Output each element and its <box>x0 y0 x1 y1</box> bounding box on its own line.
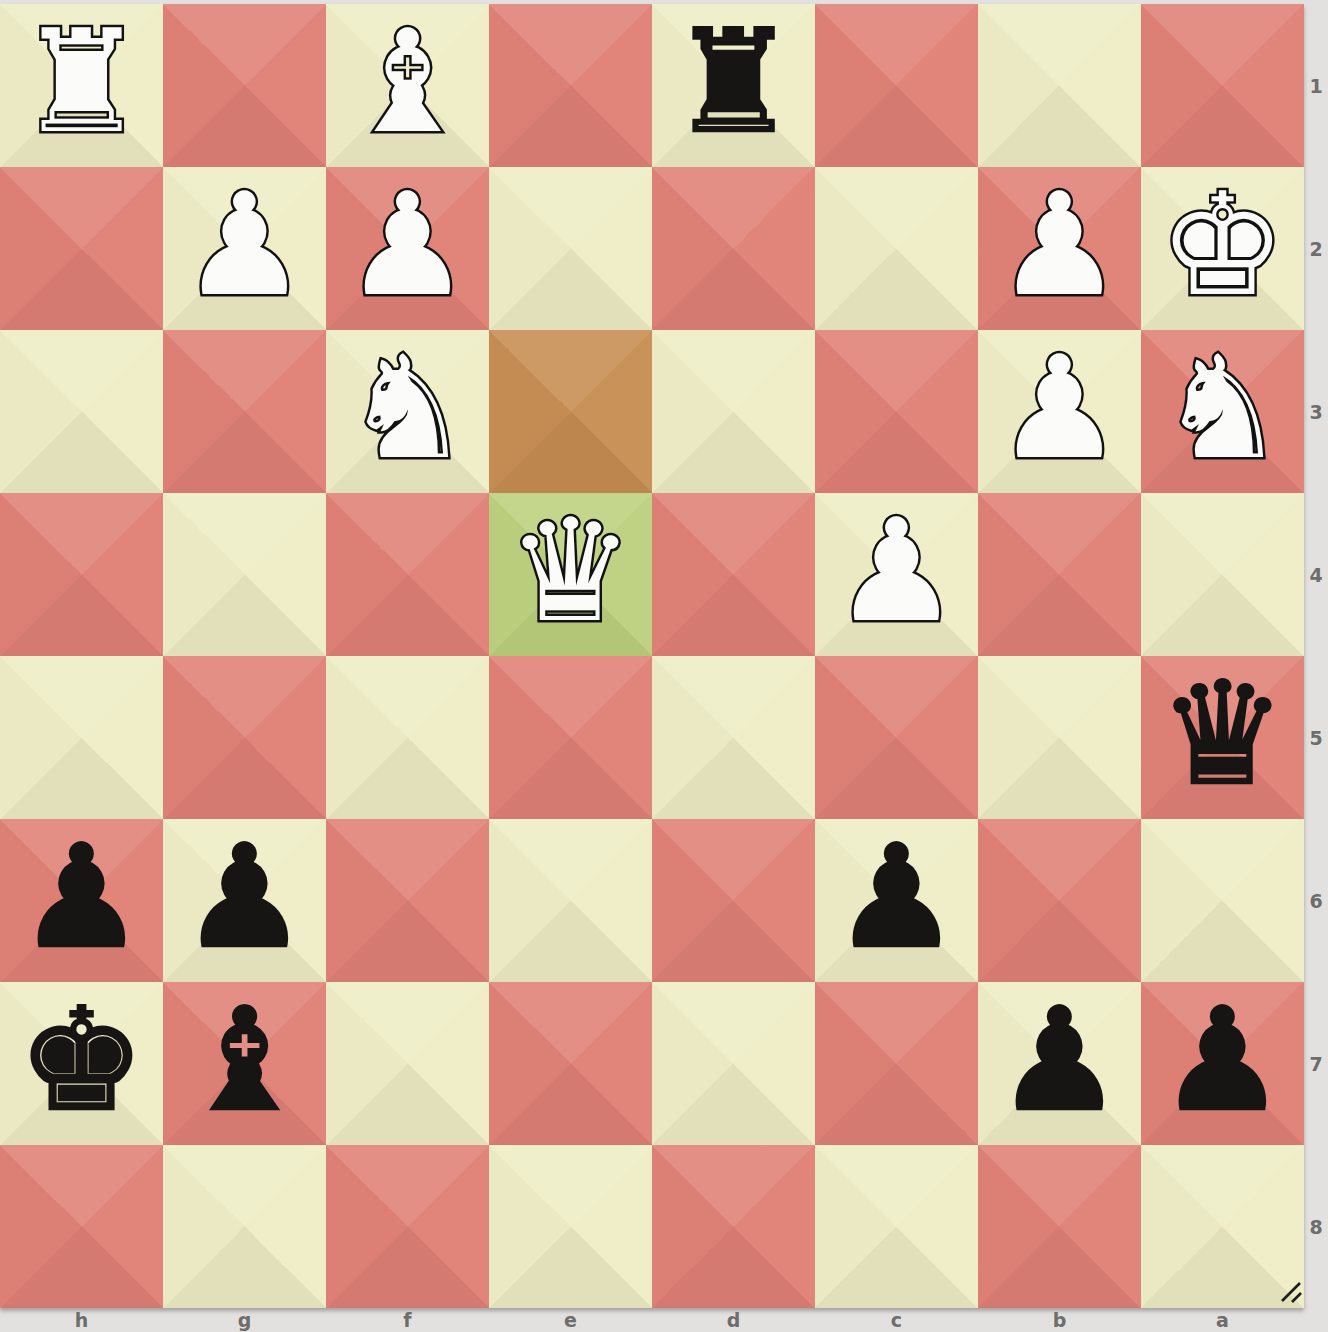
square-d2[interactable] <box>652 167 815 330</box>
square-e5[interactable] <box>489 656 652 819</box>
square-a3[interactable]: ♞ <box>1141 330 1304 493</box>
square-e4[interactable]: ♛ <box>489 493 652 656</box>
rank-label-3: 3 <box>1304 330 1328 493</box>
file-label-d: d <box>652 1308 815 1332</box>
file-label-b: b <box>978 1308 1141 1332</box>
black-pawn-c6-piece[interactable]: ♟ <box>815 815 978 978</box>
square-e2[interactable] <box>489 167 652 330</box>
square-g6[interactable]: ♟ <box>163 819 326 982</box>
rank-label-5: 5 <box>1304 656 1328 819</box>
square-a4[interactable] <box>1141 493 1304 656</box>
square-f1[interactable]: ♝ <box>326 4 489 167</box>
black-king-h7-piece[interactable]: ♚ <box>0 978 163 1141</box>
square-e8[interactable] <box>489 1145 652 1308</box>
square-d5[interactable] <box>652 656 815 819</box>
white-pawn-b2-piece[interactable]: ♟ <box>978 163 1141 326</box>
square-b8[interactable] <box>978 1145 1141 1308</box>
square-a6[interactable] <box>1141 819 1304 982</box>
white-pawn-c4-piece[interactable]: ♟ <box>815 489 978 652</box>
square-c8[interactable] <box>815 1145 978 1308</box>
square-b2[interactable]: ♟ <box>978 167 1141 330</box>
square-g8[interactable] <box>163 1145 326 1308</box>
square-c5[interactable] <box>815 656 978 819</box>
square-f5[interactable] <box>326 656 489 819</box>
black-queen-a5-piece[interactable]: ♛ <box>1141 652 1304 815</box>
square-g2[interactable]: ♟ <box>163 167 326 330</box>
black-pawn-h6-piece[interactable]: ♟ <box>0 815 163 978</box>
white-pawn-b3-piece[interactable]: ♟ <box>978 326 1141 489</box>
square-b6[interactable] <box>978 819 1141 982</box>
square-g4[interactable] <box>163 493 326 656</box>
square-d7[interactable] <box>652 982 815 1145</box>
file-label-a: a <box>1141 1308 1304 1332</box>
square-c7[interactable] <box>815 982 978 1145</box>
rank-label-7: 7 <box>1304 982 1328 1145</box>
square-d8[interactable] <box>652 1145 815 1308</box>
file-coordinates: hgfedcba <box>0 1308 1304 1332</box>
black-rook-d1-piece[interactable]: ♜ <box>652 0 815 163</box>
white-bishop-f1-piece[interactable]: ♝ <box>326 0 489 163</box>
square-h1[interactable]: ♜ <box>0 4 163 167</box>
square-d3[interactable] <box>652 330 815 493</box>
white-knight-f3-piece[interactable]: ♞ <box>326 326 489 489</box>
square-h6[interactable]: ♟ <box>0 819 163 982</box>
square-b4[interactable] <box>978 493 1141 656</box>
square-c1[interactable] <box>815 4 978 167</box>
square-g3[interactable] <box>163 330 326 493</box>
square-b5[interactable] <box>978 656 1141 819</box>
black-pawn-g6-piece[interactable]: ♟ <box>163 815 326 978</box>
white-king-a2-piece[interactable]: ♚ <box>1141 163 1304 326</box>
square-b7[interactable]: ♟ <box>978 982 1141 1145</box>
square-h4[interactable] <box>0 493 163 656</box>
square-e6[interactable] <box>489 819 652 982</box>
square-h5[interactable] <box>0 656 163 819</box>
chess-board: ♜♝♜♟♟♟♚♞♟♞♛♟♛♟♟♟♚♝♟♟ <box>0 4 1304 1308</box>
black-bishop-g7-piece[interactable]: ♝ <box>163 978 326 1141</box>
square-d6[interactable] <box>652 819 815 982</box>
square-f7[interactable] <box>326 982 489 1145</box>
square-e7[interactable] <box>489 982 652 1145</box>
square-h7[interactable]: ♚ <box>0 982 163 1145</box>
square-a2[interactable]: ♚ <box>1141 167 1304 330</box>
file-label-g: g <box>163 1308 326 1332</box>
square-e1[interactable] <box>489 4 652 167</box>
file-label-h: h <box>0 1308 163 1332</box>
square-h2[interactable] <box>0 167 163 330</box>
rank-label-2: 2 <box>1304 167 1328 330</box>
square-f2[interactable]: ♟ <box>326 167 489 330</box>
white-pawn-g2-piece[interactable]: ♟ <box>163 163 326 326</box>
white-knight-a3-piece[interactable]: ♞ <box>1141 326 1304 489</box>
square-d1[interactable]: ♜ <box>652 4 815 167</box>
square-g5[interactable] <box>163 656 326 819</box>
square-f8[interactable] <box>326 1145 489 1308</box>
square-b3[interactable]: ♟ <box>978 330 1141 493</box>
square-f6[interactable] <box>326 819 489 982</box>
rank-coordinates: 12345678 <box>1304 4 1328 1308</box>
file-label-f: f <box>326 1308 489 1332</box>
square-f3[interactable]: ♞ <box>326 330 489 493</box>
black-pawn-a7-piece[interactable]: ♟ <box>1141 978 1304 1141</box>
white-queen-e4-piece[interactable]: ♛ <box>489 489 652 652</box>
white-pawn-f2-piece[interactable]: ♟ <box>326 163 489 326</box>
rank-label-4: 4 <box>1304 493 1328 656</box>
square-a5[interactable]: ♛ <box>1141 656 1304 819</box>
rank-label-8: 8 <box>1304 1145 1328 1308</box>
square-g1[interactable] <box>163 4 326 167</box>
square-f4[interactable] <box>326 493 489 656</box>
black-pawn-b7-piece[interactable]: ♟ <box>978 978 1141 1141</box>
rank-label-6: 6 <box>1304 819 1328 982</box>
square-h8[interactable] <box>0 1145 163 1308</box>
file-label-e: e <box>489 1308 652 1332</box>
square-c6[interactable]: ♟ <box>815 819 978 982</box>
file-label-c: c <box>815 1308 978 1332</box>
square-a1[interactable] <box>1141 4 1304 167</box>
white-rook-h1-piece[interactable]: ♜ <box>0 0 163 163</box>
square-c2[interactable] <box>815 167 978 330</box>
square-c3[interactable] <box>815 330 978 493</box>
square-d4[interactable] <box>652 493 815 656</box>
square-g7[interactable]: ♝ <box>163 982 326 1145</box>
square-a7[interactable]: ♟ <box>1141 982 1304 1145</box>
board-resize-handle-icon[interactable] <box>1276 1278 1304 1306</box>
chess-app: ♜♝♜♟♟♟♚♞♟♞♛♟♛♟♟♟♚♝♟♟ 12345678 hgfedcba <box>0 0 1328 1332</box>
rank-label-1: 1 <box>1304 4 1328 167</box>
square-h3[interactable] <box>0 330 163 493</box>
square-c4[interactable]: ♟ <box>815 493 978 656</box>
square-b1[interactable] <box>978 4 1141 167</box>
square-e3[interactable] <box>489 330 652 493</box>
